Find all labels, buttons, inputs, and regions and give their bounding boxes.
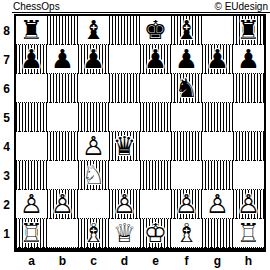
square-g2: ♟♙ (202, 190, 233, 219)
piece-glyph: ♔ (144, 220, 167, 246)
square-c5 (78, 103, 109, 132)
rank-label-3: 3 (0, 161, 13, 190)
rank-labels: 87654321 (0, 16, 13, 248)
square-g4 (202, 132, 233, 161)
piece-black-rook: ♜ (16, 16, 47, 44)
square-g5 (202, 103, 233, 132)
piece-glyph: ♝ (82, 17, 105, 43)
piece-black-pawn: ♟ (171, 45, 202, 73)
piece-white-pawn: ♟♙ (109, 190, 140, 218)
piece-black-pawn: ♟ (16, 45, 47, 73)
square-h7: ♟ (233, 45, 264, 74)
square-g8 (202, 16, 233, 45)
square-h8: ♜ (233, 16, 264, 45)
square-d7 (109, 45, 140, 74)
square-h3 (233, 161, 264, 190)
square-f7: ♟ (171, 45, 202, 74)
piece-glyph: ♗ (175, 220, 198, 246)
square-b2: ♟♙ (47, 190, 78, 219)
square-g7: ♟ (202, 45, 233, 74)
piece-white-pawn: ♟♙ (78, 132, 109, 160)
square-e7: ♟ (140, 45, 171, 74)
square-a3 (16, 161, 47, 190)
piece-black-pawn: ♟ (140, 45, 171, 73)
app-title: ChessOps (13, 1, 60, 12)
square-b7: ♟ (47, 45, 78, 74)
square-a4 (16, 132, 47, 161)
square-c6 (78, 74, 109, 103)
rank-label-8: 8 (0, 16, 13, 45)
square-h6 (233, 74, 264, 103)
piece-glyph: ♗ (82, 220, 105, 246)
square-h4 (233, 132, 264, 161)
square-e5 (140, 103, 171, 132)
piece-black-pawn: ♟ (47, 45, 78, 73)
file-label-g: g (202, 253, 233, 268)
square-b8 (47, 16, 78, 45)
piece-white-bishop: ♝♗ (171, 219, 202, 247)
piece-glyph: ♜ (237, 17, 260, 43)
square-f4 (171, 132, 202, 161)
file-label-c: c (78, 253, 109, 268)
piece-glyph: ♙ (113, 191, 136, 217)
piece-white-bishop: ♝♗ (78, 219, 109, 247)
header-rule (12, 12, 270, 13)
square-c1: ♝♗ (78, 219, 109, 248)
file-label-f: f (171, 253, 202, 268)
square-d2: ♟♙ (109, 190, 140, 219)
piece-white-pawn: ♟♙ (16, 190, 47, 218)
square-b6 (47, 74, 78, 103)
file-label-d: d (109, 253, 140, 268)
square-b4 (47, 132, 78, 161)
square-f6: ♞ (171, 74, 202, 103)
file-label-h: h (233, 253, 264, 268)
piece-white-pawn: ♟♙ (233, 190, 264, 218)
square-h2: ♟♙ (233, 190, 264, 219)
piece-white-king: ♚♔ (140, 219, 171, 247)
square-d4: ♛ (109, 132, 140, 161)
piece-white-rook: ♜♖ (233, 219, 264, 247)
rank-label-4: 4 (0, 132, 13, 161)
square-b5 (47, 103, 78, 132)
piece-glyph: ♟ (237, 46, 260, 72)
piece-white-rook: ♜♖ (16, 219, 47, 247)
piece-white-knight: ♞♘ (78, 161, 109, 189)
piece-black-knight: ♞ (171, 74, 202, 102)
square-c4: ♟♙ (78, 132, 109, 161)
piece-white-pawn: ♟♙ (47, 190, 78, 218)
square-a8: ♜ (16, 16, 47, 45)
piece-glyph: ♞ (175, 75, 198, 101)
square-e4 (140, 132, 171, 161)
piece-glyph: ♟ (51, 46, 74, 72)
rank-label-6: 6 (0, 74, 13, 103)
piece-glyph: ♙ (20, 191, 43, 217)
piece-black-pawn: ♟ (202, 45, 233, 73)
square-d3 (109, 161, 140, 190)
square-g1 (202, 219, 233, 248)
square-e3 (140, 161, 171, 190)
rank-label-1: 1 (0, 219, 13, 248)
copyright-credit: © EUdesign (214, 1, 268, 12)
square-a2: ♟♙ (16, 190, 47, 219)
piece-glyph: ♙ (237, 191, 260, 217)
piece-glyph: ♖ (237, 220, 260, 246)
square-e6 (140, 74, 171, 103)
rank-label-2: 2 (0, 190, 13, 219)
piece-black-king: ♚ (140, 16, 171, 44)
square-d1: ♛♕ (109, 219, 140, 248)
square-b1 (47, 219, 78, 248)
square-c8: ♝ (78, 16, 109, 45)
file-label-e: e (140, 253, 171, 268)
square-e1: ♚♔ (140, 219, 171, 248)
piece-white-queen: ♛♕ (109, 219, 140, 247)
piece-black-pawn: ♟ (233, 45, 264, 73)
piece-black-bishop: ♝ (78, 16, 109, 44)
square-d6 (109, 74, 140, 103)
square-c3: ♞♘ (78, 161, 109, 190)
piece-black-pawn: ♟ (78, 45, 109, 73)
piece-glyph: ♟ (175, 46, 198, 72)
chess-board: ♜♝♚♝♜♟♟♟♟♟♟♟♞♟♙♛♞♘♟♙♟♙♟♙♟♙♟♙♟♙♜♖♝♗♛♕♚♔♝♗… (14, 14, 266, 252)
file-label-a: a (16, 253, 47, 268)
piece-glyph: ♙ (175, 191, 198, 217)
square-g6 (202, 74, 233, 103)
file-labels: abcdefgh (16, 253, 264, 268)
square-a1: ♜♖ (16, 219, 47, 248)
piece-glyph: ♚ (144, 17, 167, 43)
square-g3 (202, 161, 233, 190)
square-f8: ♝ (171, 16, 202, 45)
square-e8: ♚ (140, 16, 171, 45)
piece-glyph: ♖ (20, 220, 43, 246)
square-a7: ♟ (16, 45, 47, 74)
piece-glyph: ♟ (144, 46, 167, 72)
square-a5 (16, 103, 47, 132)
piece-white-pawn: ♟♙ (202, 190, 233, 218)
piece-glyph: ♟ (82, 46, 105, 72)
piece-black-queen: ♛ (109, 132, 140, 160)
piece-glyph: ♙ (51, 191, 74, 217)
piece-glyph: ♜ (20, 17, 43, 43)
square-h1: ♜♖ (233, 219, 264, 248)
piece-glyph: ♛ (113, 133, 136, 159)
piece-glyph: ♙ (206, 191, 229, 217)
piece-glyph: ♕ (113, 220, 136, 246)
piece-glyph: ♟ (20, 46, 43, 72)
square-f3 (171, 161, 202, 190)
piece-glyph: ♘ (82, 162, 105, 188)
square-e2 (140, 190, 171, 219)
piece-glyph: ♝ (175, 17, 198, 43)
square-c2 (78, 190, 109, 219)
piece-black-rook: ♜ (233, 16, 264, 44)
square-f1: ♝♗ (171, 219, 202, 248)
square-d5 (109, 103, 140, 132)
chessops-diagram: ChessOps © EUdesign 87654321 ♜♝♚♝♜♟♟♟♟♟♟… (0, 0, 270, 270)
square-f2: ♟♙ (171, 190, 202, 219)
square-d8 (109, 16, 140, 45)
square-h5 (233, 103, 264, 132)
piece-glyph: ♙ (82, 133, 105, 159)
square-c7: ♟ (78, 45, 109, 74)
piece-glyph: ♟ (206, 46, 229, 72)
piece-black-bishop: ♝ (171, 16, 202, 44)
rank-label-7: 7 (0, 45, 13, 74)
square-f5 (171, 103, 202, 132)
square-a6 (16, 74, 47, 103)
file-label-b: b (47, 253, 78, 268)
piece-white-pawn: ♟♙ (171, 190, 202, 218)
rank-label-5: 5 (0, 103, 13, 132)
square-b3 (47, 161, 78, 190)
